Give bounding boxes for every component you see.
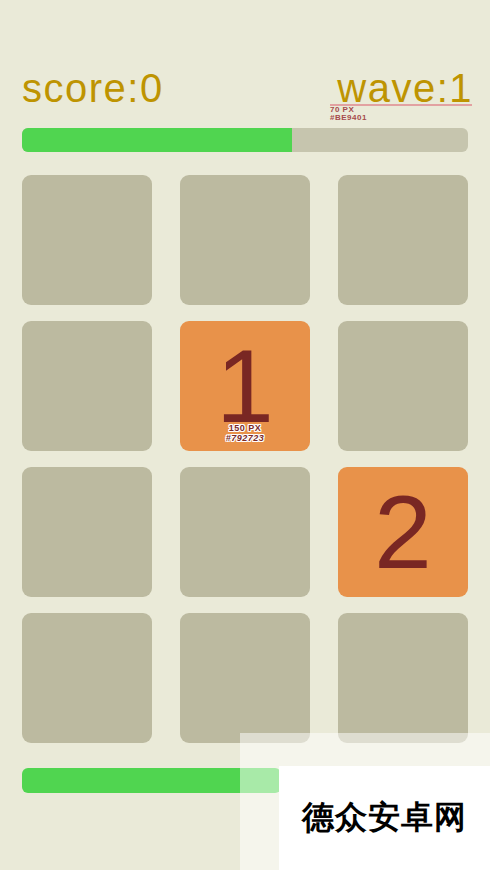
game-screen: score:0 wave:1 70 PX #BE9401 1150 PX#792… xyxy=(0,0,490,870)
tile-annotation: 150 PX#792723 xyxy=(180,423,310,443)
empty-cell xyxy=(22,321,152,451)
empty-cell xyxy=(180,467,310,597)
empty-cell xyxy=(338,175,468,305)
tile-annotation-size: 150 PX xyxy=(180,423,310,433)
watermark-text: 德众安卓网 xyxy=(302,796,467,840)
score-label: score:0 xyxy=(22,66,164,111)
empty-cell xyxy=(22,467,152,597)
empty-cell xyxy=(22,175,152,305)
wave-annotation: 70 PX #BE9401 xyxy=(330,106,367,122)
tile-value: 2 xyxy=(374,480,432,584)
empty-cell xyxy=(180,613,310,743)
watermark-box: 德众安卓网 xyxy=(279,766,490,870)
empty-cell xyxy=(180,175,310,305)
empty-cell xyxy=(22,613,152,743)
tile-annotation-color: #792723 xyxy=(180,433,310,443)
wave-progress-bar xyxy=(22,128,468,152)
wave-annotation-color: #BE9401 xyxy=(330,114,367,122)
empty-cell xyxy=(338,613,468,743)
tile-2: 2 xyxy=(338,467,468,597)
tile-1: 1150 PX#792723 xyxy=(180,321,310,451)
empty-cell xyxy=(338,321,468,451)
board-grid[interactable]: 1150 PX#7927232 xyxy=(22,175,468,743)
wave-progress-fill xyxy=(22,128,292,152)
